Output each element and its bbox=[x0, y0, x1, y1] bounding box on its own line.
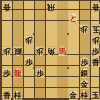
board-square[interactable] bbox=[57, 68, 68, 79]
piece-kanji: 香 bbox=[3, 1, 11, 11]
piece-kanji: 銀 bbox=[80, 69, 88, 79]
board-square[interactable] bbox=[45, 57, 56, 68]
board-square[interactable] bbox=[34, 23, 45, 34]
board-square[interactable] bbox=[79, 12, 90, 23]
piece-kanji: 歩 bbox=[25, 34, 33, 44]
piece-kanji: 歩 bbox=[25, 58, 33, 68]
board-square[interactable] bbox=[23, 23, 34, 34]
board-square[interactable] bbox=[68, 57, 79, 68]
piece-kanji: 歩 bbox=[36, 69, 44, 79]
board-square[interactable] bbox=[1, 57, 12, 68]
board-square[interactable] bbox=[23, 1, 34, 12]
board-square[interactable] bbox=[57, 57, 68, 68]
piece-kanji: 飛 bbox=[47, 1, 55, 11]
piece-kanji: 銀 bbox=[14, 45, 22, 55]
board-square[interactable] bbox=[90, 12, 100, 23]
piece-kanji: 歩 bbox=[80, 23, 88, 33]
board-square[interactable] bbox=[34, 1, 45, 12]
board-square[interactable] bbox=[45, 68, 56, 79]
board-square[interactable] bbox=[45, 34, 56, 45]
piece-kanji: 金 bbox=[80, 80, 88, 90]
shogi-app: 香飛香と歩玉歩歩歩銀歩角馬歩歩歩香歩龍歩銀金香桂金桂玉 bbox=[0, 0, 100, 100]
piece-kanji: 歩 bbox=[36, 45, 44, 55]
piece-kanji: 玉 bbox=[92, 23, 100, 33]
board-square[interactable] bbox=[68, 23, 79, 34]
piece-kanji: 桂 bbox=[14, 91, 22, 100]
board-square[interactable] bbox=[12, 34, 23, 45]
piece-kanji: 桂 bbox=[80, 91, 88, 100]
board-square[interactable] bbox=[1, 23, 12, 34]
board-square[interactable] bbox=[23, 68, 34, 79]
board-square[interactable] bbox=[34, 34, 45, 45]
board-square[interactable] bbox=[34, 57, 45, 68]
board-square[interactable] bbox=[57, 34, 68, 45]
board-square[interactable] bbox=[23, 45, 34, 56]
board-square[interactable] bbox=[34, 90, 45, 100]
piece-kanji: 金 bbox=[69, 91, 77, 100]
board-square[interactable] bbox=[57, 90, 68, 100]
board-square[interactable] bbox=[57, 23, 68, 34]
board-square[interactable] bbox=[23, 12, 34, 23]
board-square[interactable] bbox=[57, 12, 68, 23]
board-square[interactable] bbox=[45, 12, 56, 23]
board-square[interactable] bbox=[68, 1, 79, 12]
piece-kanji: と bbox=[69, 13, 77, 23]
board-square[interactable] bbox=[45, 90, 56, 100]
board-square[interactable] bbox=[34, 79, 45, 90]
board-square[interactable] bbox=[68, 45, 79, 56]
board-square[interactable] bbox=[1, 34, 12, 45]
board-square[interactable] bbox=[12, 57, 23, 68]
piece-kanji: 龍 bbox=[14, 69, 22, 79]
piece-kanji: 角 bbox=[47, 45, 55, 55]
board-square[interactable] bbox=[79, 45, 90, 56]
board-square[interactable] bbox=[57, 79, 68, 90]
board-square[interactable] bbox=[68, 79, 79, 90]
board-square[interactable] bbox=[68, 68, 79, 79]
board-square[interactable] bbox=[57, 1, 68, 12]
board-square[interactable] bbox=[1, 12, 12, 23]
board-square[interactable] bbox=[12, 23, 23, 34]
board-square[interactable] bbox=[79, 34, 90, 45]
board-square[interactable] bbox=[23, 90, 34, 100]
board-square[interactable] bbox=[90, 79, 100, 90]
board-square[interactable] bbox=[79, 1, 90, 12]
piece-kanji: 香 bbox=[92, 58, 100, 68]
board-square[interactable] bbox=[12, 1, 23, 12]
piece-kanji: 歩 bbox=[3, 45, 11, 55]
piece-kanji: 歩 bbox=[3, 69, 11, 79]
board-square[interactable] bbox=[1, 79, 12, 90]
piece-kanji: 馬 bbox=[58, 47, 66, 57]
board-square[interactable] bbox=[12, 12, 23, 23]
piece-kanji: 歩 bbox=[92, 47, 100, 57]
board-square[interactable] bbox=[90, 68, 100, 79]
board-square[interactable] bbox=[45, 23, 56, 34]
board-square[interactable] bbox=[45, 79, 56, 90]
piece-kanji: 歩 bbox=[92, 34, 100, 44]
piece-kanji: 香 bbox=[3, 91, 11, 100]
board-square[interactable] bbox=[68, 34, 79, 45]
piece-kanji: 香 bbox=[92, 1, 100, 11]
shogi-board: 香飛香と歩玉歩歩歩銀歩角馬歩歩歩香歩龍歩銀金香桂金桂玉 bbox=[0, 0, 100, 100]
board-square[interactable] bbox=[12, 79, 23, 90]
piece-kanji: 歩 bbox=[80, 58, 88, 68]
board-square[interactable] bbox=[23, 79, 34, 90]
piece-kanji: 玉 bbox=[92, 91, 100, 100]
board-square[interactable] bbox=[34, 12, 45, 23]
